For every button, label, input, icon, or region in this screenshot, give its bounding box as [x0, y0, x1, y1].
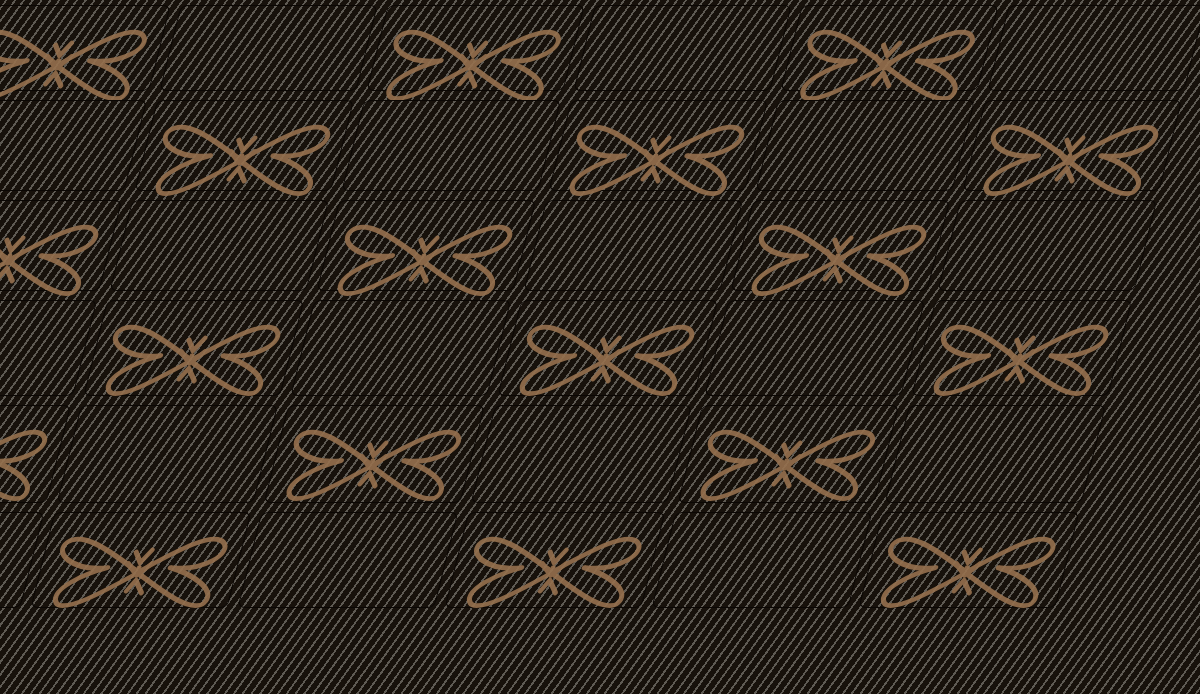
- carved-ornament: [26, 513, 250, 630]
- square-b2: [678, 405, 899, 503]
- carved-ornament: [79, 301, 303, 418]
- carved-ornament: [493, 301, 717, 418]
- chess-board: FEDCBA 54321 ♚♛♝♞♜♟♟♟♟♟♟: [0, 0, 1200, 694]
- square-f3: [573, 5, 791, 91]
- square-a1: [858, 512, 1079, 608]
- square-a2: [651, 512, 872, 608]
- square-b5: [57, 405, 278, 503]
- square-c3: [497, 300, 718, 396]
- square-e4: [341, 100, 561, 191]
- carved-ornament: [260, 406, 484, 523]
- rank-label-cell-5: 5: [0, 618, 11, 680]
- square-e1: [962, 100, 1182, 191]
- square-e5: [134, 100, 354, 191]
- carved-ornament: [907, 301, 1131, 418]
- square-a5: [30, 512, 251, 608]
- square-c4: [290, 300, 511, 396]
- square-e2: [755, 100, 975, 191]
- square-d4: [316, 200, 536, 291]
- carved-ornament: [440, 513, 664, 630]
- square-a3: [444, 512, 665, 608]
- square-d2: [730, 200, 950, 291]
- square-e3: [548, 100, 768, 191]
- carved-ornament: [674, 406, 898, 523]
- carved-ornament: [854, 513, 1078, 630]
- square-b3: [471, 405, 692, 503]
- square-b1: [885, 405, 1106, 503]
- square-f6: [0, 5, 171, 91]
- square-e6: [0, 100, 147, 191]
- square-d5: [109, 200, 329, 291]
- chessboard-photo: FEDCBA 54321 ♚♛♝♞♜♟♟♟♟♟♟: [0, 0, 1200, 694]
- square-c1: [911, 300, 1132, 396]
- square-d3: [523, 200, 743, 291]
- square-b4: [264, 405, 485, 503]
- square-d1: [937, 200, 1157, 291]
- square-f1: [987, 5, 1200, 91]
- square-c5: [83, 300, 304, 396]
- square-f4: [366, 5, 584, 91]
- square-c2: [704, 300, 925, 396]
- square-f5: [159, 5, 377, 91]
- square-f2: [780, 5, 998, 91]
- square-a4: [237, 512, 458, 608]
